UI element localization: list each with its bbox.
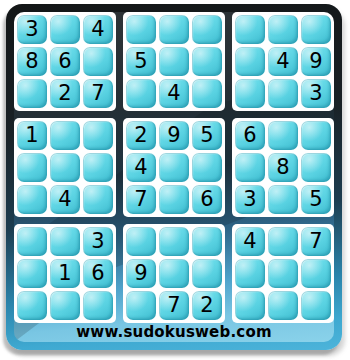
cell-r6c1[interactable] — [17, 185, 47, 214]
board-backdrop: 3486275449314295476683531697247 www.sudo… — [14, 12, 334, 342]
sudoku-box-4: 14 — [14, 118, 116, 217]
cell-r2c4[interactable]: 5 — [126, 47, 156, 76]
cell-r1c8[interactable] — [268, 15, 298, 44]
cell-r4c9[interactable] — [301, 121, 331, 150]
cell-r4c6[interactable]: 5 — [192, 121, 222, 150]
cell-r7c2[interactable] — [50, 227, 80, 256]
cell-r7c6[interactable] — [192, 227, 222, 256]
cell-r3c1[interactable] — [17, 79, 47, 108]
cell-r5c3[interactable] — [83, 153, 113, 182]
cell-r6c6[interactable]: 6 — [192, 185, 222, 214]
sudoku-box-6: 6835 — [232, 118, 334, 217]
cell-r2c5[interactable] — [159, 47, 189, 76]
cell-r4c2[interactable] — [50, 121, 80, 150]
cell-r3c4[interactable] — [126, 79, 156, 108]
cell-r9c7[interactable] — [235, 291, 265, 320]
sudoku-box-1: 348627 — [14, 12, 116, 111]
cell-r7c1[interactable] — [17, 227, 47, 256]
cell-r8c4[interactable]: 9 — [126, 259, 156, 288]
cell-r9c2[interactable] — [50, 291, 80, 320]
cell-r9c5[interactable]: 7 — [159, 291, 189, 320]
cell-r6c8[interactable] — [268, 185, 298, 214]
cell-r3c6[interactable] — [192, 79, 222, 108]
cell-r3c2[interactable]: 2 — [50, 79, 80, 108]
cell-r5c1[interactable] — [17, 153, 47, 182]
sudoku-box-3: 493 — [232, 12, 334, 111]
cell-r8c2[interactable]: 1 — [50, 259, 80, 288]
sudoku-box-9: 47 — [232, 224, 334, 323]
cell-r5c8[interactable]: 8 — [268, 153, 298, 182]
cell-r2c2[interactable]: 6 — [50, 47, 80, 76]
cell-r5c6[interactable] — [192, 153, 222, 182]
cell-r1c6[interactable] — [192, 15, 222, 44]
sudoku-box-7: 316 — [14, 224, 116, 323]
cell-r8c1[interactable] — [17, 259, 47, 288]
cell-r3c7[interactable] — [235, 79, 265, 108]
cell-r1c7[interactable] — [235, 15, 265, 44]
site-url: www.sudokusweb.com — [14, 322, 334, 342]
cell-r7c7[interactable]: 4 — [235, 227, 265, 256]
cell-r6c4[interactable]: 7 — [126, 185, 156, 214]
cell-r4c4[interactable]: 2 — [126, 121, 156, 150]
cell-r7c8[interactable] — [268, 227, 298, 256]
sudoku-box-2: 54 — [123, 12, 225, 111]
cell-r4c3[interactable] — [83, 121, 113, 150]
cell-r9c8[interactable] — [268, 291, 298, 320]
cell-r2c1[interactable]: 8 — [17, 47, 47, 76]
sudoku-box-5: 295476 — [123, 118, 225, 217]
sudoku-board: 3486275449314295476683531697247 — [14, 12, 334, 323]
cell-r2c8[interactable]: 4 — [268, 47, 298, 76]
cell-r9c1[interactable] — [17, 291, 47, 320]
cell-r8c7[interactable] — [235, 259, 265, 288]
cell-r9c9[interactable] — [301, 291, 331, 320]
cell-r1c3[interactable]: 4 — [83, 15, 113, 44]
cell-r2c6[interactable] — [192, 47, 222, 76]
cell-r1c4[interactable] — [126, 15, 156, 44]
cell-r9c3[interactable] — [83, 291, 113, 320]
cell-r4c8[interactable] — [268, 121, 298, 150]
cell-r3c5[interactable]: 4 — [159, 79, 189, 108]
cell-r7c4[interactable] — [126, 227, 156, 256]
cell-r7c5[interactable] — [159, 227, 189, 256]
cell-r3c9[interactable]: 3 — [301, 79, 331, 108]
cell-r5c2[interactable] — [50, 153, 80, 182]
cell-r5c4[interactable]: 4 — [126, 153, 156, 182]
cell-r2c9[interactable]: 9 — [301, 47, 331, 76]
cell-r8c6[interactable] — [192, 259, 222, 288]
cell-r7c3[interactable]: 3 — [83, 227, 113, 256]
cell-r4c5[interactable]: 9 — [159, 121, 189, 150]
cell-r6c2[interactable]: 4 — [50, 185, 80, 214]
cell-r8c3[interactable]: 6 — [83, 259, 113, 288]
cell-r6c9[interactable]: 5 — [301, 185, 331, 214]
cell-r5c9[interactable] — [301, 153, 331, 182]
cell-r8c8[interactable] — [268, 259, 298, 288]
cell-r2c7[interactable] — [235, 47, 265, 76]
cell-r1c1[interactable]: 3 — [17, 15, 47, 44]
cell-r8c5[interactable] — [159, 259, 189, 288]
cell-r1c9[interactable] — [301, 15, 331, 44]
cell-r6c7[interactable]: 3 — [235, 185, 265, 214]
cell-r9c4[interactable] — [126, 291, 156, 320]
cell-r2c3[interactable] — [83, 47, 113, 76]
cell-r4c7[interactable]: 6 — [235, 121, 265, 150]
board-frame: 3486275449314295476683531697247 www.sudo… — [6, 4, 342, 350]
sudoku-box-8: 972 — [123, 224, 225, 323]
cell-r6c5[interactable] — [159, 185, 189, 214]
cell-r4c1[interactable]: 1 — [17, 121, 47, 150]
cell-r6c3[interactable] — [83, 185, 113, 214]
cell-r1c5[interactable] — [159, 15, 189, 44]
cell-r9c6[interactable]: 2 — [192, 291, 222, 320]
cell-r5c5[interactable] — [159, 153, 189, 182]
cell-r3c8[interactable] — [268, 79, 298, 108]
cell-r5c7[interactable] — [235, 153, 265, 182]
cell-r3c3[interactable]: 7 — [83, 79, 113, 108]
cell-r8c9[interactable] — [301, 259, 331, 288]
cell-r1c2[interactable] — [50, 15, 80, 44]
cell-r7c9[interactable]: 7 — [301, 227, 331, 256]
